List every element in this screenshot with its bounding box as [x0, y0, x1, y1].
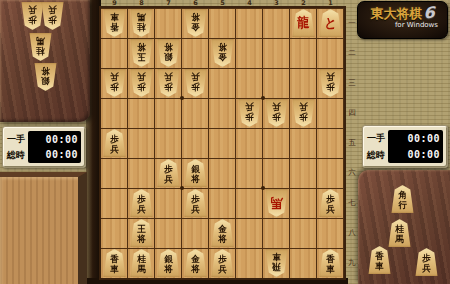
rank-label: 九	[346, 248, 358, 278]
star-point	[180, 186, 184, 190]
file-label: 7	[155, 0, 182, 7]
file-label: 3	[263, 0, 290, 7]
file-label: 5	[209, 0, 236, 7]
gote-total-time-value: 00:00	[31, 149, 78, 160]
piece-銀将-7i[interactable]: 銀将	[157, 249, 180, 277]
shogi-board[interactable]: 香車桂馬金将龍と玉将銀将金将歩兵歩兵歩兵歩兵歩兵歩兵歩兵歩兵歩兵歩兵銀将歩兵歩兵…	[99, 6, 346, 280]
file-labels: 987654321	[101, 0, 344, 7]
sente-move-time-value: 00:00	[391, 133, 440, 144]
piece-桂馬-8i[interactable]: 桂馬	[130, 249, 153, 277]
sente-total-time-value: 00:00	[391, 149, 440, 160]
rank-label: 四	[346, 98, 358, 128]
piece-歩兵-8g[interactable]: 歩兵	[130, 189, 153, 217]
piece-歩兵-8c[interactable]: 歩兵	[130, 69, 153, 97]
piece-香車-9a[interactable]: 香車	[103, 9, 126, 37]
piece-玉将-8b[interactable]: 玉将	[130, 39, 153, 67]
piece-飛車-3i[interactable]: 飛車	[265, 249, 288, 277]
file-label: 2	[290, 0, 317, 7]
piece-歩兵-7c[interactable]: 歩兵	[157, 69, 180, 97]
piece-銀将-7b[interactable]: 銀将	[157, 39, 180, 67]
file-label: 8	[128, 0, 155, 7]
file-label: 4	[236, 0, 263, 7]
piece-香車-9i[interactable]: 香車	[103, 249, 126, 277]
piece-金将-6i[interactable]: 金将	[184, 249, 207, 277]
piece-歩兵-6g[interactable]: 歩兵	[184, 189, 207, 217]
gote-move-time-label: 一手	[7, 134, 25, 144]
background-door-panel	[0, 172, 87, 284]
piece-金将-5h[interactable]: 金将	[211, 219, 234, 247]
sente-clock-lcd: 00:00 00:00	[388, 130, 443, 163]
piece-歩兵-2d[interactable]: 歩兵	[292, 99, 315, 127]
file-label: 1	[317, 0, 344, 7]
rank-label: 三	[346, 68, 358, 98]
piece-馬-3g[interactable]: 馬	[265, 189, 288, 217]
gote-total-time-label: 総時	[7, 150, 25, 160]
rank-labels: 一二三四五六七八九	[346, 8, 358, 278]
app-logo-subtitle: for Windows	[362, 21, 443, 29]
piece-歩兵-1c[interactable]: 歩兵	[319, 69, 342, 97]
app-logo: 東大将棋 6 for Windows	[357, 1, 448, 39]
rank-label: 六	[346, 158, 358, 188]
piece-金将-5b[interactable]: 金将	[211, 39, 234, 67]
piece-歩兵-4d[interactable]: 歩兵	[238, 99, 261, 127]
app-logo-title: 東大将棋	[370, 6, 422, 21]
star-point	[261, 186, 265, 190]
sente-move-time-label: 一手	[367, 133, 385, 143]
piece-と-1a[interactable]: と	[319, 9, 342, 37]
piece-歩兵-1g[interactable]: 歩兵	[319, 189, 342, 217]
piece-歩兵-9c[interactable]: 歩兵	[103, 69, 126, 97]
piece-銀将-6f[interactable]: 銀将	[184, 159, 207, 187]
rank-label: 七	[346, 188, 358, 218]
sente-total-time-label: 総時	[367, 150, 385, 160]
piece-歩兵-3d[interactable]: 歩兵	[265, 99, 288, 127]
file-label: 6	[182, 0, 209, 7]
star-point	[180, 96, 184, 100]
gote-clock-panel: 一手 総時 00:00 00:00	[2, 126, 86, 168]
piece-金将-6a[interactable]: 金将	[184, 9, 207, 37]
game-window: 987654321 香車桂馬金将龍と玉将銀将金将歩兵歩兵歩兵歩兵歩兵歩兵歩兵歩兵…	[0, 0, 450, 284]
piece-歩兵-7f[interactable]: 歩兵	[157, 159, 180, 187]
piece-龍-2a[interactable]: 龍	[292, 9, 315, 37]
piece-王将-8h[interactable]: 王将	[130, 219, 153, 247]
piece-桂馬-8a[interactable]: 桂馬	[130, 9, 153, 37]
piece-香車-1i[interactable]: 香車	[319, 249, 342, 277]
rank-label: 八	[346, 218, 358, 248]
piece-歩兵-6c[interactable]: 歩兵	[184, 69, 207, 97]
gote-clock-lcd: 00:00 00:00	[28, 131, 81, 163]
rank-label: 二	[346, 38, 358, 68]
gote-move-time-value: 00:00	[31, 134, 78, 145]
star-point	[261, 96, 265, 100]
app-logo-version: 6	[423, 5, 434, 21]
rank-label: 五	[346, 128, 358, 158]
piece-歩兵-9e[interactable]: 歩兵	[103, 129, 126, 157]
sente-clock-panel: 一手 総時 00:00 00:00	[362, 125, 448, 168]
file-label: 9	[101, 0, 128, 7]
piece-歩兵-5i[interactable]: 歩兵	[211, 249, 234, 277]
